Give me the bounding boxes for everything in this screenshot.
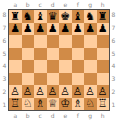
file-label-d: d — [47, 112, 60, 120]
square-b1[interactable]: ♘ — [22, 98, 35, 111]
square-b8[interactable]: ♞ — [22, 10, 35, 23]
square-f4[interactable] — [72, 60, 85, 73]
file-label-a: a — [9, 1, 22, 9]
square-d3[interactable] — [47, 73, 60, 86]
square-c4[interactable] — [34, 60, 47, 73]
square-b3[interactable] — [22, 73, 35, 86]
piece-black-pawn[interactable]: ♟ — [73, 23, 83, 34]
square-a1[interactable]: ♖ — [9, 98, 22, 111]
rank-label-4: 4 — [110, 60, 117, 73]
square-f8[interactable]: ♝ — [72, 10, 85, 23]
rank-label-7: 7 — [110, 22, 117, 35]
square-f2[interactable]: ♙ — [72, 85, 85, 98]
piece-black-pawn[interactable]: ♟ — [85, 23, 95, 34]
square-g3[interactable] — [84, 73, 97, 86]
board: ♜♞♝♛♚♝♞♜♟♟♟♟♟♟♟♟♙♙♙♙♙♙♙♙♖♘♗♕♔♗♘♖ — [8, 9, 110, 111]
square-e1[interactable]: ♔ — [59, 98, 72, 111]
square-h7[interactable]: ♟ — [97, 23, 110, 36]
file-label-a: a — [9, 112, 22, 120]
piece-black-pawn[interactable]: ♟ — [23, 23, 33, 34]
piece-black-queen[interactable]: ♛ — [48, 11, 58, 22]
square-f1[interactable]: ♗ — [72, 98, 85, 111]
square-a2[interactable]: ♙ — [9, 85, 22, 98]
piece-white-pawn[interactable]: ♙ — [85, 86, 95, 97]
piece-white-pawn[interactable]: ♙ — [10, 86, 20, 97]
square-c2[interactable]: ♙ — [34, 85, 47, 98]
square-f7[interactable]: ♟ — [72, 23, 85, 36]
piece-white-bishop[interactable]: ♗ — [35, 98, 45, 109]
square-g5[interactable] — [84, 48, 97, 61]
piece-black-knight[interactable]: ♞ — [85, 11, 95, 22]
piece-white-knight[interactable]: ♘ — [23, 98, 33, 109]
piece-white-pawn[interactable]: ♙ — [60, 86, 70, 97]
file-label-b: b — [22, 112, 35, 120]
piece-white-knight[interactable]: ♘ — [85, 98, 95, 109]
square-g7[interactable]: ♟ — [84, 23, 97, 36]
square-d6[interactable] — [47, 35, 60, 48]
piece-black-rook[interactable]: ♜ — [98, 11, 108, 22]
piece-white-bishop[interactable]: ♗ — [73, 98, 83, 109]
square-e6[interactable] — [59, 35, 72, 48]
square-h3[interactable] — [97, 73, 110, 86]
square-d8[interactable]: ♛ — [47, 10, 60, 23]
rank-label-7: 7 — [1, 22, 8, 35]
piece-white-pawn[interactable]: ♙ — [73, 86, 83, 97]
square-f3[interactable] — [72, 73, 85, 86]
square-g1[interactable]: ♘ — [84, 98, 97, 111]
square-g8[interactable]: ♞ — [84, 10, 97, 23]
square-g2[interactable]: ♙ — [84, 85, 97, 98]
piece-black-pawn[interactable]: ♟ — [98, 23, 108, 34]
square-c6[interactable] — [34, 35, 47, 48]
square-h2[interactable]: ♙ — [97, 85, 110, 98]
square-a7[interactable]: ♟ — [9, 23, 22, 36]
square-f6[interactable] — [72, 35, 85, 48]
square-b4[interactable] — [22, 60, 35, 73]
piece-black-pawn[interactable]: ♟ — [35, 23, 45, 34]
piece-black-pawn[interactable]: ♟ — [60, 23, 70, 34]
square-d7[interactable]: ♟ — [47, 23, 60, 36]
file-label-e: e — [59, 112, 72, 120]
square-e8[interactable]: ♚ — [59, 10, 72, 23]
rank-label-8: 8 — [110, 9, 117, 22]
square-e5[interactable] — [59, 48, 72, 61]
square-h1[interactable]: ♖ — [97, 98, 110, 111]
rank-label-6: 6 — [110, 35, 117, 48]
square-a5[interactable] — [9, 48, 22, 61]
file-label-e: e — [59, 1, 72, 9]
file-label-f: f — [72, 112, 85, 120]
square-d1[interactable]: ♕ — [47, 98, 60, 111]
square-e7[interactable]: ♟ — [59, 23, 72, 36]
square-b5[interactable] — [22, 48, 35, 61]
rank-label-2: 2 — [110, 86, 117, 99]
file-label-g: g — [84, 1, 97, 9]
piece-white-queen[interactable]: ♕ — [48, 98, 58, 109]
square-g4[interactable] — [84, 60, 97, 73]
rank-label-1: 1 — [110, 98, 117, 111]
file-label-g: g — [84, 112, 97, 120]
square-c8[interactable]: ♝ — [34, 10, 47, 23]
rank-label-6: 6 — [1, 35, 8, 48]
file-label-c: c — [34, 1, 47, 9]
file-label-h: h — [97, 112, 110, 120]
rank-label-3: 3 — [110, 73, 117, 86]
file-labels-top: abcdefgh — [9, 1, 109, 9]
rank-label-2: 2 — [1, 86, 8, 99]
piece-white-king[interactable]: ♔ — [60, 98, 70, 109]
square-a4[interactable] — [9, 60, 22, 73]
piece-white-pawn[interactable]: ♙ — [98, 86, 108, 97]
square-b7[interactable]: ♟ — [22, 23, 35, 36]
piece-white-pawn[interactable]: ♙ — [48, 86, 58, 97]
square-a6[interactable] — [9, 35, 22, 48]
piece-black-king[interactable]: ♚ — [60, 11, 70, 22]
rank-label-8: 8 — [1, 9, 8, 22]
square-e2[interactable]: ♙ — [59, 85, 72, 98]
square-c3[interactable] — [34, 73, 47, 86]
square-d4[interactable] — [47, 60, 60, 73]
chess-diagram: abcdefgh 87654321 87654321 abcdefgh ♜♞♝♛… — [0, 0, 118, 120]
square-g6[interactable] — [84, 35, 97, 48]
square-h5[interactable] — [97, 48, 110, 61]
piece-black-bishop[interactable]: ♝ — [35, 11, 45, 22]
square-f5[interactable] — [72, 48, 85, 61]
rank-label-5: 5 — [110, 47, 117, 60]
square-c1[interactable]: ♗ — [34, 98, 47, 111]
square-b2[interactable]: ♙ — [22, 85, 35, 98]
square-a3[interactable] — [9, 73, 22, 86]
piece-black-bishop[interactable]: ♝ — [73, 11, 83, 22]
square-d5[interactable] — [47, 48, 60, 61]
rank-labels-right: 87654321 — [110, 9, 117, 111]
file-label-f: f — [72, 1, 85, 9]
piece-white-pawn[interactable]: ♙ — [23, 86, 33, 97]
rank-label-1: 1 — [1, 98, 8, 111]
file-label-h: h — [97, 1, 110, 9]
square-h6[interactable] — [97, 35, 110, 48]
piece-white-rook[interactable]: ♖ — [10, 98, 20, 109]
square-h8[interactable]: ♜ — [97, 10, 110, 23]
rank-label-5: 5 — [1, 47, 8, 60]
piece-black-knight[interactable]: ♞ — [23, 11, 33, 22]
piece-black-rook[interactable]: ♜ — [10, 11, 20, 22]
square-b6[interactable] — [22, 35, 35, 48]
square-c7[interactable]: ♟ — [34, 23, 47, 36]
file-label-c: c — [34, 112, 47, 120]
square-a8[interactable]: ♜ — [9, 10, 22, 23]
file-label-b: b — [22, 1, 35, 9]
square-c5[interactable] — [34, 48, 47, 61]
rank-label-3: 3 — [1, 73, 8, 86]
square-d2[interactable]: ♙ — [47, 85, 60, 98]
piece-black-pawn[interactable]: ♟ — [10, 23, 20, 34]
file-labels-bottom: abcdefgh — [9, 112, 109, 120]
rank-labels-left: 87654321 — [1, 9, 8, 111]
square-h4[interactable] — [97, 60, 110, 73]
piece-white-pawn[interactable]: ♙ — [35, 86, 45, 97]
piece-white-rook[interactable]: ♖ — [98, 98, 108, 109]
rank-label-4: 4 — [1, 60, 8, 73]
square-e4[interactable] — [59, 60, 72, 73]
piece-black-pawn[interactable]: ♟ — [48, 23, 58, 34]
file-label-d: d — [47, 1, 60, 9]
square-e3[interactable] — [59, 73, 72, 86]
